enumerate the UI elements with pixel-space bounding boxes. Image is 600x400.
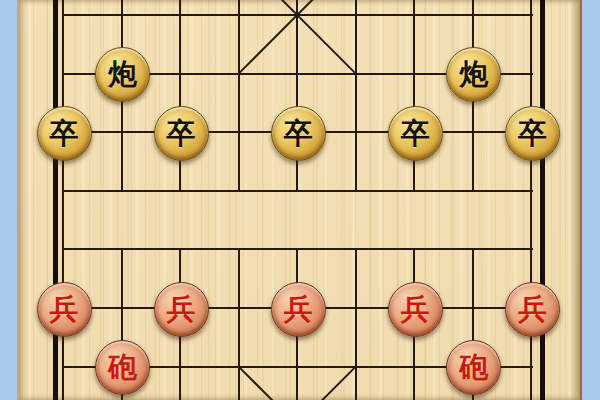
app-background: 炮炮卒卒卒卒卒兵兵兵兵兵砲砲 — [0, 0, 600, 400]
piece-red-cannon[interactable]: 砲 — [95, 340, 150, 395]
board-border-right — [540, 0, 545, 400]
file-line — [355, 0, 357, 191]
file-line — [530, 0, 532, 400]
piece-black-soldier[interactable]: 卒 — [505, 106, 560, 161]
piece-black-soldier[interactable]: 卒 — [388, 106, 443, 161]
piece-black-soldier[interactable]: 卒 — [154, 106, 209, 161]
file-line — [62, 0, 64, 400]
piece-black-soldier[interactable]: 卒 — [271, 106, 326, 161]
board-border-left — [53, 0, 58, 400]
file-line — [238, 0, 240, 191]
piece-red-soldier[interactable]: 兵 — [505, 282, 560, 337]
file-line — [413, 0, 415, 191]
file-line — [238, 249, 240, 400]
piece-red-soldier[interactable]: 兵 — [154, 282, 209, 337]
piece-red-soldier[interactable]: 兵 — [271, 282, 326, 337]
file-line — [179, 0, 181, 191]
piece-black-soldier[interactable]: 卒 — [37, 106, 92, 161]
file-line — [296, 0, 298, 191]
piece-red-soldier[interactable]: 兵 — [37, 282, 92, 337]
file-line — [355, 249, 357, 400]
piece-red-soldier[interactable]: 兵 — [388, 282, 443, 337]
piece-black-cannon[interactable]: 炮 — [95, 47, 150, 102]
